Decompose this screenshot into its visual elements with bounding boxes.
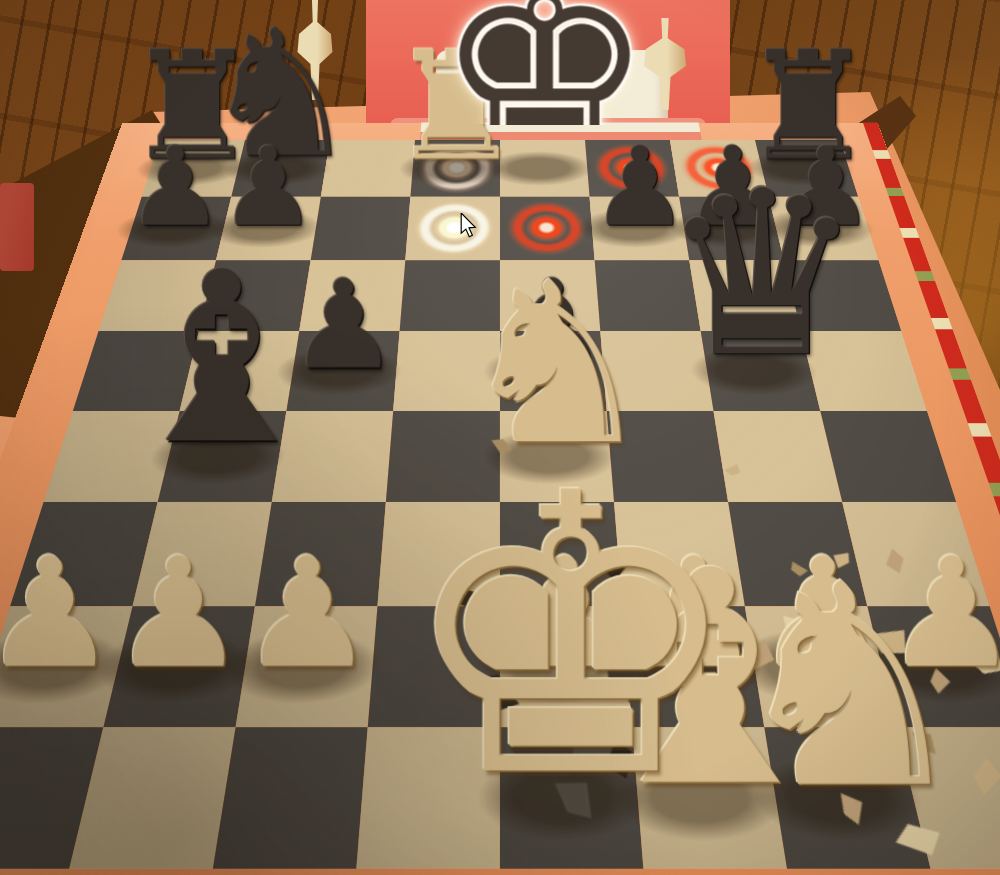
pawn-glyph: ♟ [0,541,117,685]
table-plane: ♜♞♚♜♜♟♟♟♟♟♟♟♛♝♞♟♟♟♟♟♟♟♚♝♞ [0,123,1000,875]
game-viewport: { "game": "chess", "scene_type": "3D che… [0,0,1000,875]
piece-layer: ♜♞♚♜♜♟♟♟♟♟♟♟♛♝♞♟♟♟♟♟♟♟♚♝♞ [0,140,1000,869]
piece-black-bishop-b4[interactable]: ♝ [158,411,287,502]
piece-black-king-e8[interactable]: ♚ [500,140,590,197]
piece-white-king-e1[interactable]: ♚ [500,727,644,869]
piece-white-knight-g1[interactable]: ♞ [764,727,930,869]
bishop-glyph: ♝ [115,246,327,470]
board-3d-scene: ♜♞♚♜♜♟♟♟♟♟♟♟♛♝♞♟♟♟♟♟♟♟♚♝♞ [0,0,1000,875]
queen-glyph: ♛ [659,167,863,383]
knight-glyph: ♞ [724,554,974,819]
pawn-glyph: ♟ [239,541,375,685]
pawn-glyph: ♟ [110,541,246,685]
piece-black-queen-g5[interactable]: ♛ [701,331,821,411]
mouse-cursor [458,213,480,239]
king-glyph: ♚ [397,453,743,820]
piece-white-pawn-c2[interactable]: ♟ [236,606,378,727]
piece-white-pawn-b2[interactable]: ♟ [103,606,255,727]
